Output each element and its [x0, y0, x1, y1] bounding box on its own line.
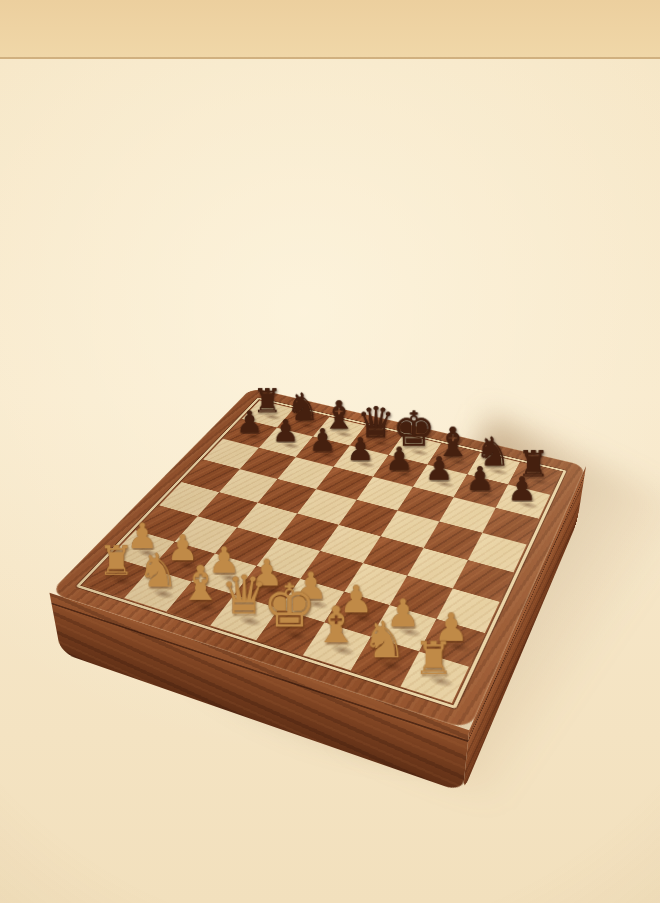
chess-box: ♜♞♝♛♚♝♞♜♟♟♟♟♟♟♟♟♟♟♟♟♟♟♟♟♜♞♝♛♚♝♞♜	[49, 388, 586, 730]
black-pawn[interactable]: ♟	[489, 472, 555, 505]
perspective-wrapper: ♜♞♝♛♚♝♞♜♟♟♟♟♟♟♟♟♟♟♟♟♟♟♟♟♜♞♝♛♚♝♞♜	[0, 0, 660, 903]
square-c4[interactable]	[237, 503, 297, 539]
white-rook[interactable]: ♜	[394, 636, 475, 681]
